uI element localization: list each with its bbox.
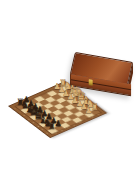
file-label: h: [98, 114, 100, 115]
file-label: g: [92, 117, 94, 118]
rank-label: 8: [46, 133, 48, 134]
brass-latch-icon: [89, 79, 92, 85]
rank-label: 1: [15, 109, 17, 110]
rank-label: 5: [33, 122, 35, 123]
file-label: f: [86, 120, 88, 121]
file-label: c: [67, 128, 69, 129]
file-label: e: [80, 122, 82, 123]
rank-label: 3: [24, 115, 26, 116]
rank-label: 6: [37, 126, 39, 127]
product-photo: abcdefgh12345678 ♜♞♝♛♚♝♞♜♟♟♟♟♟♟♟♟♟♟♟♟♟♟♟…: [0, 0, 140, 187]
rank-label: 4: [28, 119, 30, 120]
file-label: a: [55, 133, 57, 134]
rank-label: 2: [19, 112, 21, 113]
file-label: b: [61, 130, 63, 131]
rank-label: 7: [42, 129, 44, 130]
file-label: d: [73, 125, 75, 126]
